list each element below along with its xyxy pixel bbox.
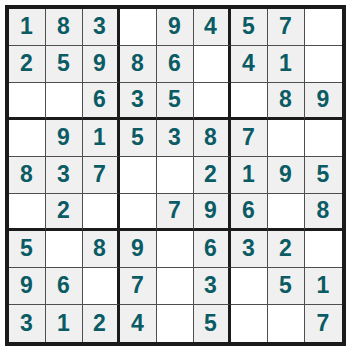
cell-r1c9[interactable]	[305, 9, 342, 46]
cell-r3c3[interactable]: 6	[83, 83, 120, 120]
cell-r5c1[interactable]: 8	[9, 157, 46, 194]
cell-r9c8[interactable]	[268, 305, 305, 342]
cell-r7c4[interactable]: 9	[120, 231, 157, 268]
cell-r7c8[interactable]: 2	[268, 231, 305, 268]
cell-r9c9[interactable]: 7	[305, 305, 342, 342]
cell-r8c2[interactable]: 6	[46, 268, 83, 305]
cell-r4c7[interactable]: 7	[231, 120, 268, 157]
cell-r8c1[interactable]: 9	[9, 268, 46, 305]
cell-r2c8[interactable]: 1	[268, 46, 305, 83]
cell-r5c9[interactable]: 5	[305, 157, 342, 194]
cell-r6c8[interactable]	[268, 194, 305, 231]
cell-r6c7[interactable]: 6	[231, 194, 268, 231]
cell-r5c4[interactable]	[120, 157, 157, 194]
sudoku-board: 1839457259864163589915387837219527968589…	[5, 5, 346, 346]
cell-r3c8[interactable]: 8	[268, 83, 305, 120]
cell-r1c5[interactable]: 9	[157, 9, 194, 46]
cell-r1c7[interactable]: 5	[231, 9, 268, 46]
cell-r7c2[interactable]	[46, 231, 83, 268]
cell-r9c2[interactable]: 1	[46, 305, 83, 342]
cell-r3c2[interactable]	[46, 83, 83, 120]
cell-r4c3[interactable]: 1	[83, 120, 120, 157]
cell-r1c4[interactable]	[120, 9, 157, 46]
cell-r3c6[interactable]	[194, 83, 231, 120]
cell-r1c3[interactable]: 3	[83, 9, 120, 46]
cell-r2c2[interactable]: 5	[46, 46, 83, 83]
cell-r5c8[interactable]: 9	[268, 157, 305, 194]
cell-r8c4[interactable]: 7	[120, 268, 157, 305]
cell-r4c5[interactable]: 3	[157, 120, 194, 157]
cell-r7c5[interactable]	[157, 231, 194, 268]
cell-r8c9[interactable]: 1	[305, 268, 342, 305]
cell-r1c2[interactable]: 8	[46, 9, 83, 46]
cell-r2c1[interactable]: 2	[9, 46, 46, 83]
cell-r8c5[interactable]	[157, 268, 194, 305]
cell-r4c4[interactable]: 5	[120, 120, 157, 157]
cell-r1c8[interactable]: 7	[268, 9, 305, 46]
cell-r6c3[interactable]	[83, 194, 120, 231]
cell-r8c6[interactable]: 3	[194, 268, 231, 305]
cell-r8c7[interactable]	[231, 268, 268, 305]
cell-r4c2[interactable]: 9	[46, 120, 83, 157]
cell-r7c6[interactable]: 6	[194, 231, 231, 268]
cell-r9c6[interactable]: 5	[194, 305, 231, 342]
cell-r2c4[interactable]: 8	[120, 46, 157, 83]
cell-r3c7[interactable]	[231, 83, 268, 120]
cell-r9c1[interactable]: 3	[9, 305, 46, 342]
cell-r9c7[interactable]	[231, 305, 268, 342]
cell-r9c5[interactable]	[157, 305, 194, 342]
cell-r3c1[interactable]	[9, 83, 46, 120]
cell-r2c3[interactable]: 9	[83, 46, 120, 83]
cell-r5c5[interactable]	[157, 157, 194, 194]
cell-r4c6[interactable]: 8	[194, 120, 231, 157]
cell-r7c3[interactable]: 8	[83, 231, 120, 268]
cell-r6c6[interactable]: 9	[194, 194, 231, 231]
cell-r6c4[interactable]	[120, 194, 157, 231]
cell-r2c5[interactable]: 6	[157, 46, 194, 83]
cell-r7c9[interactable]	[305, 231, 342, 268]
cell-r2c7[interactable]: 4	[231, 46, 268, 83]
cell-r9c4[interactable]: 4	[120, 305, 157, 342]
cell-r8c3[interactable]	[83, 268, 120, 305]
cell-r5c6[interactable]: 2	[194, 157, 231, 194]
cell-r4c9[interactable]	[305, 120, 342, 157]
cell-r3c5[interactable]: 5	[157, 83, 194, 120]
cell-r6c1[interactable]	[9, 194, 46, 231]
cell-r2c6[interactable]	[194, 46, 231, 83]
cell-r5c2[interactable]: 3	[46, 157, 83, 194]
cell-r6c5[interactable]: 7	[157, 194, 194, 231]
cell-r6c9[interactable]: 8	[305, 194, 342, 231]
cell-r9c3[interactable]: 2	[83, 305, 120, 342]
cell-r3c9[interactable]: 9	[305, 83, 342, 120]
cell-r1c6[interactable]: 4	[194, 9, 231, 46]
cell-r8c8[interactable]: 5	[268, 268, 305, 305]
cell-r5c3[interactable]: 7	[83, 157, 120, 194]
cell-r1c1[interactable]: 1	[9, 9, 46, 46]
cell-r3c4[interactable]: 3	[120, 83, 157, 120]
cell-r6c2[interactable]: 2	[46, 194, 83, 231]
cell-r4c8[interactable]	[268, 120, 305, 157]
cell-r5c7[interactable]: 1	[231, 157, 268, 194]
sudoku-board-wrapper: 1839457259864163589915387837219527968589…	[0, 0, 350, 350]
cell-r2c9[interactable]	[305, 46, 342, 83]
cell-r7c1[interactable]: 5	[9, 231, 46, 268]
cell-r4c1[interactable]	[9, 120, 46, 157]
cell-r7c7[interactable]: 3	[231, 231, 268, 268]
